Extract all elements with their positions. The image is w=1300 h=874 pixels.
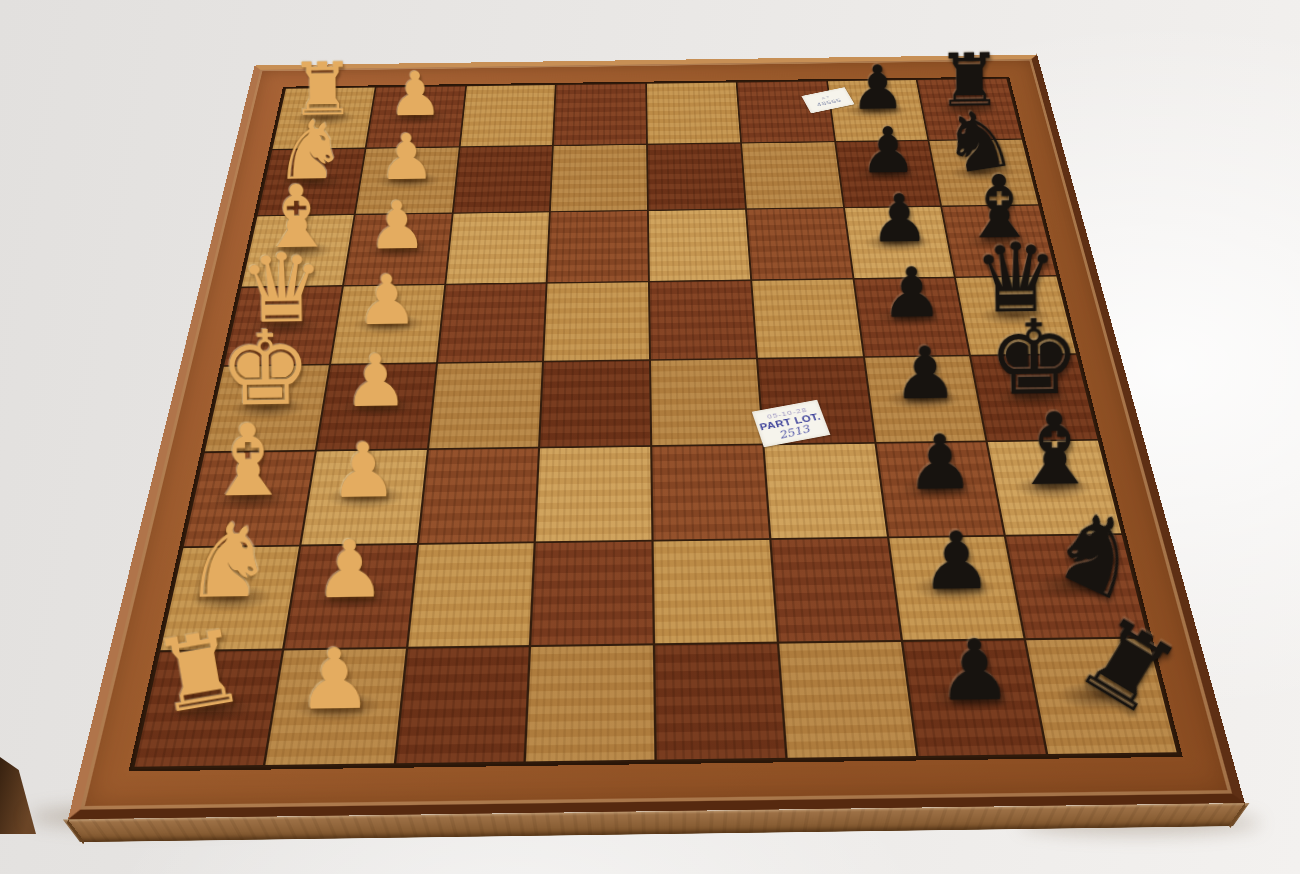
square-a4[interactable]: [554, 84, 646, 145]
square-f5[interactable]: [652, 445, 769, 539]
square-h5[interactable]: [655, 644, 785, 760]
white-pawn[interactable]: ♟: [274, 434, 453, 508]
square-b4[interactable]: [551, 145, 647, 211]
square-d4[interactable]: [544, 282, 649, 360]
white-pawn[interactable]: ♟: [235, 638, 434, 720]
square-d5[interactable]: [650, 281, 756, 359]
square-e4[interactable]: [540, 361, 650, 447]
scene: ♜♟♟♜♞♟♟♞♝♟♟♝♛♟♟♛♚♟♟♚♝♟♟♝♞♟♟♞♜♟♟♜ 05-10-2…: [0, 0, 1300, 874]
square-f4[interactable]: [536, 447, 651, 541]
square-e5[interactable]: [651, 359, 762, 445]
square-c4[interactable]: [548, 211, 648, 283]
square-h7[interactable]: ♟: [903, 640, 1046, 755]
square-c5[interactable]: [649, 209, 750, 281]
square-h2[interactable]: ♟: [265, 649, 405, 765]
square-a5[interactable]: [647, 83, 740, 144]
square-g4[interactable]: [531, 541, 652, 645]
board-grid: ♜♟♟♜♞♟♟♞♝♟♟♝♛♟♟♛♚♟♟♚♝♟♟♝♞♟♟♞♜♟♟♜: [132, 78, 1180, 769]
chess-board: ♜♟♟♜♞♟♟♞♝♟♟♝♛♟♟♛♚♟♟♚♝♟♟♝♞♟♟♞♜♟♟♜ 05-10-2…: [68, 55, 1245, 820]
square-g5[interactable]: [654, 539, 777, 643]
black-pawn[interactable]: ♟: [875, 629, 1074, 711]
square-h4[interactable]: [526, 646, 654, 762]
photo-stage: ♜♟♟♜♞♟♟♞♝♟♟♝♛♟♟♛♚♟♟♚♝♟♟♝♞♟♟♞♜♟♟♜ 05-10-2…: [0, 0, 1300, 874]
board-surface: ♜♟♟♜♞♟♟♞♝♟♟♝♛♟♟♛♚♟♟♚♝♟♟♝♞♟♟♞♜♟♟♜ 05-10-2…: [68, 55, 1245, 820]
square-b5[interactable]: [648, 143, 745, 209]
white-pawn[interactable]: ♟: [256, 531, 444, 609]
black-pawn[interactable]: ♟: [850, 426, 1029, 500]
